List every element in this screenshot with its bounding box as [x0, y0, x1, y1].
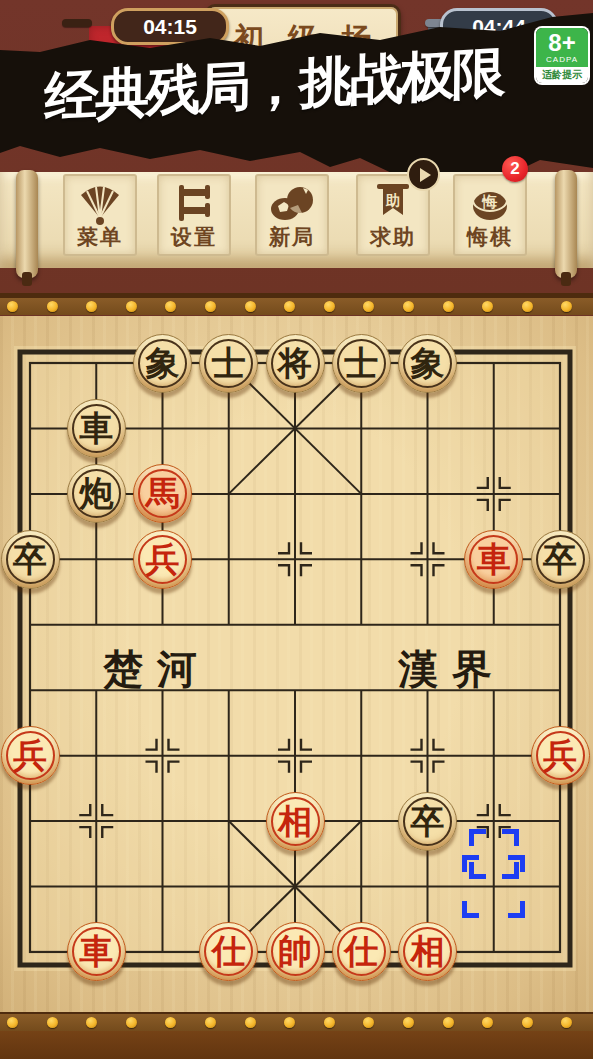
xiangqi-board[interactable]: 楚河 漢界 象士将士象車炮馬卒兵車卒兵兵相卒車仕帥仕相	[0, 316, 593, 1012]
gold-stud	[47, 301, 58, 312]
piece-character: 相	[278, 793, 312, 850]
scroll-knob-right	[561, 272, 571, 286]
xiangqi-piece-black-車[interactable]: 車	[67, 399, 126, 458]
xiangqi-piece-black-象[interactable]: 象	[398, 334, 457, 393]
gold-stud	[165, 301, 176, 312]
xiangqi-piece-black-将[interactable]: 将	[266, 334, 325, 393]
gold-stud	[482, 1017, 493, 1028]
xiangqi-piece-red-相[interactable]: 相	[266, 792, 325, 851]
scroll-roll-right	[555, 170, 577, 278]
piece-character: 卒	[543, 531, 577, 588]
gold-stud	[245, 301, 256, 312]
piece-character: 卒	[411, 793, 445, 850]
gold-stud	[443, 301, 454, 312]
gold-stud	[205, 301, 216, 312]
age-rating-badge: 8+ CADPA 适龄提示	[536, 28, 588, 83]
xiangqi-piece-black-士[interactable]: 士	[199, 334, 258, 393]
help-icon-char: 助	[385, 192, 400, 208]
gold-stud	[126, 1017, 137, 1028]
piece-character: 仕	[344, 923, 378, 980]
gold-stud	[205, 1017, 216, 1028]
piece-character: 兵	[146, 531, 180, 588]
gold-stud	[522, 1017, 533, 1028]
xiangqi-app-screen: 初级场 04:15 04:44 经典残局，挑战极限 8+ CADPA 适龄提示 …	[0, 0, 593, 1059]
gold-stud	[86, 301, 97, 312]
fan-icon	[76, 180, 124, 226]
age-rating-org: CADPA	[536, 55, 588, 65]
xiangqi-piece-red-兵[interactable]: 兵	[1, 726, 60, 785]
help-button-label: 求助	[358, 226, 428, 248]
gold-stud	[245, 1017, 256, 1028]
piece-character: 兵	[13, 727, 47, 784]
new-game-button[interactable]: 新局	[255, 174, 329, 256]
undo-icon-char: 悔	[482, 194, 498, 210]
help-flag-icon: 助	[369, 180, 417, 226]
gold-stud	[403, 301, 414, 312]
piece-character: 車	[477, 531, 511, 588]
piece-character: 卒	[13, 531, 47, 588]
xiangqi-piece-red-兵[interactable]: 兵	[133, 530, 192, 589]
undo-count-badge: 2	[502, 156, 528, 182]
undo-button-label: 悔棋	[455, 226, 525, 248]
gold-stud	[86, 1017, 97, 1028]
piece-character: 相	[411, 923, 445, 980]
age-rating-label: 适龄提示	[536, 67, 588, 83]
xiangqi-piece-red-帥[interactable]: 帥	[266, 922, 325, 981]
gold-stud	[363, 1017, 374, 1028]
piece-character: 象	[411, 335, 445, 392]
piece-grid: 象士将士象車炮馬卒兵車卒兵兵相卒車仕帥仕相	[0, 330, 593, 984]
last-move-to-marker	[462, 855, 525, 918]
piece-character: 仕	[212, 923, 246, 980]
age-rating-value: 8+	[536, 31, 588, 55]
undo-button[interactable]: 悔 悔棋	[453, 174, 527, 256]
gold-stud	[7, 301, 18, 312]
xiangqi-piece-black-卒[interactable]: 卒	[531, 530, 590, 589]
scroll-knob-left	[22, 272, 32, 286]
piece-character: 車	[79, 923, 113, 980]
xiangqi-piece-red-車[interactable]: 車	[464, 530, 523, 589]
new-game-button-label: 新局	[257, 226, 327, 248]
piece-character: 士	[344, 335, 378, 392]
settings-button-label: 设置	[159, 226, 229, 248]
bottom-frame	[0, 1031, 593, 1059]
xiangqi-piece-red-馬[interactable]: 馬	[133, 464, 192, 523]
gold-stud	[324, 301, 335, 312]
menu-button[interactable]: 菜单	[63, 174, 137, 256]
gold-stud	[126, 301, 137, 312]
gold-stud	[561, 1017, 572, 1028]
undo-piece-icon: 悔	[466, 180, 514, 226]
scroll-roll-left	[16, 170, 38, 278]
gold-stud	[284, 1017, 295, 1028]
piece-character: 車	[79, 400, 113, 457]
xiangqi-piece-black-象[interactable]: 象	[133, 334, 192, 393]
gold-stud	[165, 1017, 176, 1028]
piece-character: 帥	[278, 923, 312, 980]
settings-icon	[170, 180, 218, 226]
gold-stud	[284, 301, 295, 312]
pieces-icon	[268, 180, 316, 226]
xiangqi-piece-black-卒[interactable]: 卒	[398, 792, 457, 851]
gold-stud	[7, 1017, 18, 1028]
gold-stud	[443, 1017, 454, 1028]
gold-stud	[482, 301, 493, 312]
play-triangle	[420, 168, 431, 182]
menu-button-label: 菜单	[65, 226, 135, 248]
xiangqi-piece-red-車[interactable]: 車	[67, 922, 126, 981]
xiangqi-piece-black-卒[interactable]: 卒	[1, 530, 60, 589]
gold-stud	[324, 1017, 335, 1028]
gold-stud	[561, 301, 572, 312]
gold-stud	[403, 1017, 414, 1028]
age-rating-top: 8+ CADPA	[536, 28, 588, 67]
gold-stud	[363, 301, 374, 312]
xiangqi-piece-red-相[interactable]: 相	[398, 922, 457, 981]
piece-character: 炮	[79, 465, 113, 522]
xiangqi-piece-black-炮[interactable]: 炮	[67, 464, 126, 523]
piece-character: 士	[212, 335, 246, 392]
help-play-icon[interactable]	[407, 158, 440, 191]
xiangqi-piece-black-士[interactable]: 士	[332, 334, 391, 393]
gold-stud	[522, 301, 533, 312]
settings-button[interactable]: 设置	[157, 174, 231, 256]
piece-character: 象	[146, 335, 180, 392]
piece-character: 兵	[543, 727, 577, 784]
xiangqi-piece-red-兵[interactable]: 兵	[531, 726, 590, 785]
piece-character: 馬	[146, 465, 180, 522]
left-timer-rod-end	[62, 19, 92, 27]
xiangqi-piece-red-仕[interactable]: 仕	[199, 922, 258, 981]
piece-character: 将	[278, 335, 312, 392]
xiangqi-piece-red-仕[interactable]: 仕	[332, 922, 391, 981]
gold-stud	[47, 1017, 58, 1028]
